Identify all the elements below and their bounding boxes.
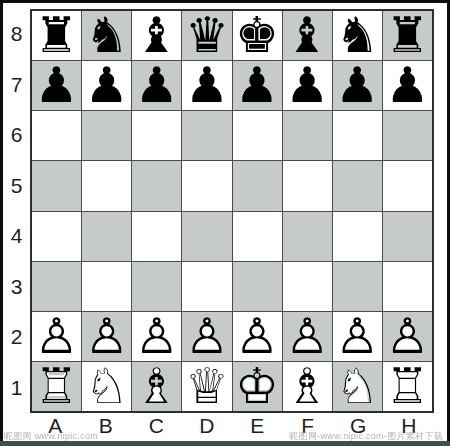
glyph-outline: ♙ (385, 312, 429, 361)
square-d4[interactable] (182, 212, 231, 261)
rank-label-3: 3 (3, 262, 30, 313)
square-h2[interactable]: ♟♙ (383, 312, 432, 361)
square-g4[interactable] (333, 212, 382, 261)
piece-white-knight[interactable]: ♞♘ (85, 362, 129, 411)
piece-black-knight[interactable]: ♞ (335, 11, 379, 60)
piece-black-bishop[interactable]: ♝ (285, 11, 329, 60)
glyph-outline: ♙ (135, 312, 179, 361)
piece-black-pawn[interactable]: ♟ (285, 61, 329, 110)
square-e6[interactable] (233, 111, 282, 160)
piece-white-pawn[interactable]: ♟♙ (335, 312, 379, 361)
glyph-outline: ♙ (185, 312, 229, 361)
glyph-outline: ♙ (335, 312, 379, 361)
piece-black-king[interactable]: ♚ (235, 11, 279, 60)
piece-white-pawn[interactable]: ♟♙ (285, 312, 329, 361)
glyph-outline: ♙ (235, 312, 279, 361)
piece-black-pawn[interactable]: ♟ (385, 61, 429, 110)
square-d5[interactable] (182, 161, 231, 210)
glyph-outline: ♔ (235, 362, 279, 411)
square-c7[interactable]: ♟ (132, 61, 181, 110)
square-g3[interactable] (333, 262, 382, 311)
file-label-c: C (131, 411, 182, 440)
watermark-right: 昵图网-www.nipic.com-图片素材下载 (289, 430, 443, 443)
square-d8[interactable]: ♛ (182, 11, 231, 60)
glyph-outline: ♖ (385, 362, 429, 411)
square-g5[interactable] (333, 161, 382, 210)
square-a8[interactable]: ♜ (32, 11, 81, 60)
square-b8[interactable]: ♞ (82, 11, 131, 60)
piece-white-pawn[interactable]: ♟♙ (85, 312, 129, 361)
square-a4[interactable] (32, 212, 81, 261)
glyph-outline: ♘ (335, 362, 379, 411)
piece-black-bishop[interactable]: ♝ (135, 11, 179, 60)
rank-label-6: 6 (3, 110, 30, 161)
square-c4[interactable] (132, 212, 181, 261)
square-b7[interactable]: ♟ (82, 61, 131, 110)
piece-white-pawn[interactable]: ♟♙ (385, 312, 429, 361)
square-d6[interactable] (182, 111, 231, 160)
square-e7[interactable]: ♟ (233, 61, 282, 110)
piece-black-pawn[interactable]: ♟ (185, 61, 229, 110)
square-f7[interactable]: ♟ (283, 61, 332, 110)
piece-white-bishop[interactable]: ♝♗ (135, 362, 179, 411)
square-c2[interactable]: ♟♙ (132, 312, 181, 361)
square-a6[interactable] (32, 111, 81, 160)
square-g6[interactable] (333, 111, 382, 160)
rank-label-2: 2 (3, 312, 30, 363)
square-e5[interactable] (233, 161, 282, 210)
glyph-outline: ♗ (285, 362, 329, 411)
piece-black-pawn[interactable]: ♟ (35, 61, 79, 110)
square-b2[interactable]: ♟♙ (82, 312, 131, 361)
square-f8[interactable]: ♝ (283, 11, 332, 60)
rank-label-4: 4 (3, 211, 30, 262)
rank-label-8: 8 (3, 9, 30, 60)
piece-white-bishop[interactable]: ♝♗ (285, 362, 329, 411)
square-e2[interactable]: ♟♙ (233, 312, 282, 361)
square-a5[interactable] (32, 161, 81, 210)
square-a2[interactable]: ♟♙ (32, 312, 81, 361)
square-d3[interactable] (182, 262, 231, 311)
piece-black-pawn[interactable]: ♟ (135, 61, 179, 110)
square-h7[interactable]: ♟ (383, 61, 432, 110)
square-b3[interactable] (82, 262, 131, 311)
piece-white-pawn[interactable]: ♟♙ (185, 312, 229, 361)
square-f1[interactable]: ♝♗ (283, 362, 332, 411)
piece-white-knight[interactable]: ♞♘ (335, 362, 379, 411)
square-a1[interactable]: ♜♖ (32, 362, 81, 411)
square-d7[interactable]: ♟ (182, 61, 231, 110)
square-b5[interactable] (82, 161, 131, 210)
square-c1[interactable]: ♝♗ (132, 362, 181, 411)
square-h6[interactable] (383, 111, 432, 160)
file-label-d: D (182, 411, 233, 440)
square-e3[interactable] (233, 262, 282, 311)
square-e1[interactable]: ♚♔ (233, 362, 282, 411)
square-c8[interactable]: ♝ (132, 11, 181, 60)
glyph-outline: ♖ (35, 362, 79, 411)
piece-white-pawn[interactable]: ♟♙ (235, 312, 279, 361)
square-b6[interactable] (82, 111, 131, 160)
watermark-left: 昵图网 www.nipic.com (4, 430, 98, 443)
glyph-outline: ♘ (85, 362, 129, 411)
piece-black-pawn[interactable]: ♟ (85, 61, 129, 110)
chessboard-diagram: 87654321 ♜♞♝♛♚♝♞♜♟♟♟♟♟♟♟♟♟♙♟♙♟♙♟♙♟♙♟♙♟♙♟… (0, 0, 450, 446)
rank-label-1: 1 (3, 363, 30, 414)
piece-black-queen[interactable]: ♛ (185, 11, 229, 60)
square-f2[interactable]: ♟♙ (283, 312, 332, 361)
square-e8[interactable]: ♚ (233, 11, 282, 60)
glyph-outline: ♙ (35, 312, 79, 361)
square-f3[interactable] (283, 262, 332, 311)
piece-black-pawn[interactable]: ♟ (335, 61, 379, 110)
file-label-e: E (232, 411, 283, 440)
square-d1[interactable]: ♛♕ (182, 362, 231, 411)
piece-white-rook[interactable]: ♜♖ (35, 362, 79, 411)
square-h8[interactable]: ♜ (383, 11, 432, 60)
square-g1[interactable]: ♞♘ (333, 362, 382, 411)
square-b1[interactable]: ♞♘ (82, 362, 131, 411)
rank-label-7: 7 (3, 60, 30, 111)
square-g2[interactable]: ♟♙ (333, 312, 382, 361)
square-a3[interactable] (32, 262, 81, 311)
square-b4[interactable] (82, 212, 131, 261)
square-g7[interactable]: ♟ (333, 61, 382, 110)
piece-black-rook[interactable]: ♜ (385, 11, 429, 60)
glyph-outline: ♕ (185, 362, 229, 411)
glyph-outline: ♙ (85, 312, 129, 361)
square-f4[interactable] (283, 212, 332, 261)
glyph-outline: ♗ (135, 362, 179, 411)
piece-white-pawn[interactable]: ♟♙ (135, 312, 179, 361)
piece-black-pawn[interactable]: ♟ (235, 61, 279, 110)
piece-white-rook[interactable]: ♜♖ (385, 362, 429, 411)
square-g8[interactable]: ♞ (333, 11, 382, 60)
piece-white-pawn[interactable]: ♟♙ (35, 312, 79, 361)
square-h5[interactable] (383, 161, 432, 210)
frame-top (0, 0, 450, 3)
square-h4[interactable] (383, 212, 432, 261)
glyph-outline: ♙ (285, 312, 329, 361)
square-f6[interactable] (283, 111, 332, 160)
rank-label-5: 5 (3, 161, 30, 212)
square-e4[interactable] (233, 212, 282, 261)
square-f5[interactable] (283, 161, 332, 210)
chess-board: ♜♞♝♛♚♝♞♜♟♟♟♟♟♟♟♟♟♙♟♙♟♙♟♙♟♙♟♙♟♙♟♙♜♖♞♘♝♗♛♕… (30, 9, 434, 413)
square-h3[interactable] (383, 262, 432, 311)
piece-black-rook[interactable]: ♜ (35, 11, 79, 60)
rank-labels: 87654321 (3, 9, 30, 413)
square-h1[interactable]: ♜♖ (383, 362, 432, 411)
square-c3[interactable] (132, 262, 181, 311)
square-d2[interactable]: ♟♙ (182, 312, 231, 361)
piece-white-queen[interactable]: ♛♕ (185, 362, 229, 411)
square-c5[interactable] (132, 161, 181, 210)
piece-black-knight[interactable]: ♞ (85, 11, 129, 60)
square-a7[interactable]: ♟ (32, 61, 81, 110)
square-c6[interactable] (132, 111, 181, 160)
piece-white-king[interactable]: ♚♔ (235, 362, 279, 411)
